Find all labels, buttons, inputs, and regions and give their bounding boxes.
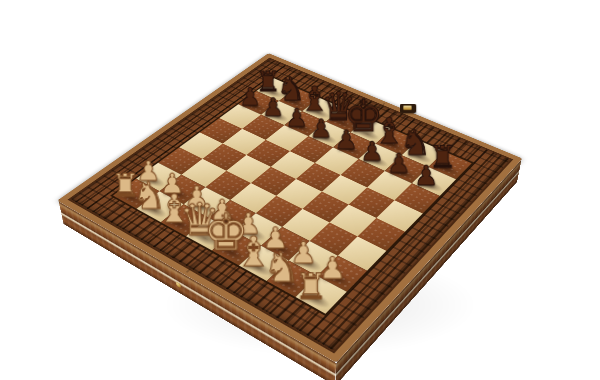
- piece-black-pawn[interactable]: ♟: [387, 150, 411, 177]
- product-photo-scene: ♜♞♝♛♚♝♞♜♟♟♟♟♟♟♟♟♟♟♟♟♟♟♟♟♜♞♝♛♚♝♞♜: [0, 0, 600, 380]
- piece-black-pawn[interactable]: ♟: [285, 105, 308, 130]
- piece-black-pawn[interactable]: ♟: [414, 162, 439, 189]
- piece-black-pawn[interactable]: ♟: [334, 127, 357, 153]
- hinge-pin: [175, 281, 180, 288]
- piece-black-pawn[interactable]: ♟: [262, 95, 284, 120]
- piece-black-pawn[interactable]: ♟: [360, 138, 384, 165]
- piece-black-pawn[interactable]: ♟: [310, 116, 333, 142]
- piece-white-rook[interactable]: ♜: [295, 269, 327, 305]
- piece-black-pawn[interactable]: ♟: [239, 84, 261, 109]
